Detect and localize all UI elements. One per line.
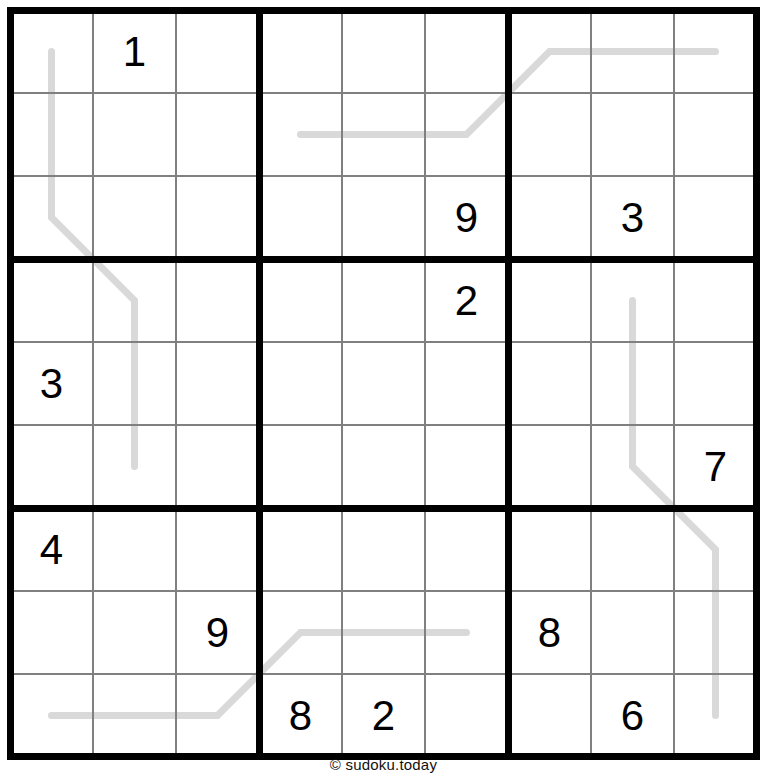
cell-r5c9[interactable] — [674, 342, 757, 425]
cell-r2c7[interactable] — [508, 93, 591, 176]
cell-r2c6[interactable] — [425, 93, 508, 176]
cell-r6c6[interactable] — [425, 425, 508, 508]
cell-r4c2[interactable] — [93, 259, 176, 342]
cell-r5c7[interactable] — [508, 342, 591, 425]
cell-r5c6[interactable] — [425, 342, 508, 425]
cell-r6c3[interactable] — [176, 425, 259, 508]
cell-r2c9[interactable] — [674, 93, 757, 176]
cell-r8c3[interactable]: 9 — [176, 591, 259, 674]
cell-r6c7[interactable] — [508, 425, 591, 508]
cell-r4c4[interactable] — [259, 259, 342, 342]
cell-r1c5[interactable] — [342, 10, 425, 93]
cell-r4c8[interactable] — [591, 259, 674, 342]
cell-r7c3[interactable] — [176, 508, 259, 591]
cell-r8c7[interactable]: 8 — [508, 591, 591, 674]
cell-r9c2[interactable] — [93, 674, 176, 757]
cell-r6c9[interactable]: 7 — [674, 425, 757, 508]
cell-r8c1[interactable] — [10, 591, 93, 674]
copyright-caption: © sudoku.today — [10, 756, 757, 773]
cell-r4c3[interactable] — [176, 259, 259, 342]
cell-r1c2[interactable]: 1 — [93, 10, 176, 93]
cell-r7c5[interactable] — [342, 508, 425, 591]
cell-r3c3[interactable] — [176, 176, 259, 259]
cell-r7c4[interactable] — [259, 508, 342, 591]
cell-r9c5[interactable]: 2 — [342, 674, 425, 757]
cell-r5c2[interactable] — [93, 342, 176, 425]
cell-r3c5[interactable] — [342, 176, 425, 259]
cell-r9c8[interactable]: 6 — [591, 674, 674, 757]
cell-r8c9[interactable] — [674, 591, 757, 674]
cell-r8c4[interactable] — [259, 591, 342, 674]
cell-r1c8[interactable] — [591, 10, 674, 93]
cell-r2c3[interactable] — [176, 93, 259, 176]
cell-r3c4[interactable] — [259, 176, 342, 259]
cell-r7c1[interactable]: 4 — [10, 508, 93, 591]
cell-r1c9[interactable] — [674, 10, 757, 93]
cell-r2c4[interactable] — [259, 93, 342, 176]
cell-r6c2[interactable] — [93, 425, 176, 508]
cell-r8c8[interactable] — [591, 591, 674, 674]
cell-r5c5[interactable] — [342, 342, 425, 425]
sudoku-page: 193237498826 © sudoku.today — [0, 0, 767, 777]
cell-r8c2[interactable] — [93, 591, 176, 674]
cell-r1c7[interactable] — [508, 10, 591, 93]
cell-r9c9[interactable] — [674, 674, 757, 757]
cell-r1c6[interactable] — [425, 10, 508, 93]
cell-r1c3[interactable] — [176, 10, 259, 93]
cell-r1c4[interactable] — [259, 10, 342, 93]
cell-r4c1[interactable] — [10, 259, 93, 342]
cell-r3c6[interactable]: 9 — [425, 176, 508, 259]
cell-r4c6[interactable]: 2 — [425, 259, 508, 342]
cell-r5c4[interactable] — [259, 342, 342, 425]
cell-r7c9[interactable] — [674, 508, 757, 591]
cell-r3c7[interactable] — [508, 176, 591, 259]
cell-r4c9[interactable] — [674, 259, 757, 342]
cell-r3c8[interactable]: 3 — [591, 176, 674, 259]
cell-r2c5[interactable] — [342, 93, 425, 176]
cell-r2c8[interactable] — [591, 93, 674, 176]
cell-r5c3[interactable] — [176, 342, 259, 425]
cell-r3c2[interactable] — [93, 176, 176, 259]
cell-r2c2[interactable] — [93, 93, 176, 176]
cell-r9c3[interactable] — [176, 674, 259, 757]
cell-r3c1[interactable] — [10, 176, 93, 259]
cell-r4c7[interactable] — [508, 259, 591, 342]
board: 193237498826 — [10, 10, 757, 757]
cell-r5c8[interactable] — [591, 342, 674, 425]
cell-r2c1[interactable] — [10, 93, 93, 176]
cell-r3c9[interactable] — [674, 176, 757, 259]
cell-r7c6[interactable] — [425, 508, 508, 591]
cell-r9c1[interactable] — [10, 674, 93, 757]
cell-r6c8[interactable] — [591, 425, 674, 508]
cell-r6c5[interactable] — [342, 425, 425, 508]
cell-r9c7[interactable] — [508, 674, 591, 757]
cell-r7c8[interactable] — [591, 508, 674, 591]
cell-r1c1[interactable] — [10, 10, 93, 93]
cell-r8c6[interactable] — [425, 591, 508, 674]
cell-r6c1[interactable] — [10, 425, 93, 508]
cell-r4c5[interactable] — [342, 259, 425, 342]
cell-r7c7[interactable] — [508, 508, 591, 591]
cell-r7c2[interactable] — [93, 508, 176, 591]
cell-r9c6[interactable] — [425, 674, 508, 757]
cell-r5c1[interactable]: 3 — [10, 342, 93, 425]
cell-r9c4[interactable]: 8 — [259, 674, 342, 757]
cell-r6c4[interactable] — [259, 425, 342, 508]
cell-r8c5[interactable] — [342, 591, 425, 674]
